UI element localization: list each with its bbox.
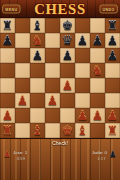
piece-black-queen: ♛ [62, 33, 73, 48]
square-c5[interactable] [30, 63, 45, 78]
square-f5[interactable] [75, 63, 90, 78]
piece-red-pawn: ♟ [47, 93, 58, 108]
square-d5[interactable] [45, 63, 60, 78]
piece-red-pawn: ♟ [92, 108, 103, 123]
square-b2[interactable] [15, 108, 30, 123]
square-h7[interactable]: ♟ [105, 33, 120, 48]
chess-app: MENU CHESS UNDO ♜♝♚♜♟♞♛♟♟♟♟♟♟♞♟♟♟♟♟♟♟♜♝♚… [0, 0, 120, 180]
app-viewport: MENU CHESS UNDO ♜♝♚♜♟♞♛♟♟♟♟♟♟♞♟♟♟♟♟♟♟♜♝♚… [0, 0, 120, 180]
bottom-bar: Check! ♟ Jose: 1 3:59 Judie: 0 1:17 ♟ [0, 138, 120, 180]
square-a1[interactable]: ♜ [0, 123, 15, 138]
square-e1[interactable]: ♚ [60, 123, 75, 138]
square-a2[interactable]: ♟ [0, 108, 15, 123]
piece-black-pawn: ♟ [32, 48, 43, 63]
square-d8[interactable] [45, 18, 60, 33]
piece-red-pawn: ♟ [77, 108, 88, 123]
square-d3[interactable]: ♟ [45, 93, 60, 108]
player-right: Judie: 0 1:17 ♟ [92, 150, 117, 161]
square-g3[interactable] [90, 93, 105, 108]
square-c8[interactable]: ♝ [30, 18, 45, 33]
piece-red-pawn: ♟ [62, 78, 73, 93]
square-g6[interactable] [90, 48, 105, 63]
undo-button[interactable]: UNDO [100, 5, 118, 14]
square-e4[interactable]: ♟ [60, 78, 75, 93]
piece-red-pawn: ♟ [17, 93, 28, 108]
square-f4[interactable] [75, 78, 90, 93]
square-d1[interactable] [45, 123, 60, 138]
square-b4[interactable] [15, 78, 30, 93]
piece-red-knight: ♞ [32, 33, 43, 48]
square-a7[interactable]: ♟ [0, 33, 15, 48]
piece-black-pawn: ♟ [107, 48, 118, 63]
top-bar: MENU CHESS UNDO [0, 0, 120, 18]
square-b6[interactable] [15, 48, 30, 63]
square-e5[interactable] [60, 63, 75, 78]
square-h6[interactable]: ♟ [105, 48, 120, 63]
square-h3[interactable] [105, 93, 120, 108]
square-c4[interactable] [30, 78, 45, 93]
piece-black-bishop: ♝ [32, 18, 43, 33]
square-g2[interactable]: ♟ [90, 108, 105, 123]
piece-red-pawn: ♟ [2, 108, 13, 123]
square-a4[interactable] [0, 78, 15, 93]
player-right-name-score: Judie: 0 [92, 150, 107, 155]
square-f6[interactable] [75, 48, 90, 63]
piece-black-pawn: ♟ [107, 33, 118, 48]
player-left: ♟ Jose: 1 3:59 [3, 150, 27, 161]
piece-black-pawn: ♟ [77, 33, 88, 48]
square-h1[interactable]: ♜ [105, 123, 120, 138]
square-g1[interactable] [90, 123, 105, 138]
square-e2[interactable] [60, 108, 75, 123]
square-d2[interactable] [45, 108, 60, 123]
square-e3[interactable] [60, 93, 75, 108]
piece-black-pawn: ♟ [62, 48, 73, 63]
square-g5[interactable]: ♞ [90, 63, 105, 78]
red-pawn-icon: ♟ [3, 150, 11, 159]
status-message: Check! [0, 141, 120, 147]
piece-red-bishop: ♝ [77, 123, 88, 138]
piece-red-rook: ♜ [2, 123, 13, 138]
square-d6[interactable] [45, 48, 60, 63]
square-g8[interactable] [90, 18, 105, 33]
piece-red-knight: ♞ [92, 63, 103, 78]
player-left-clock: 3:59 [13, 156, 27, 161]
square-g4[interactable] [90, 78, 105, 93]
square-f8[interactable] [75, 18, 90, 33]
square-h8[interactable]: ♜ [105, 18, 120, 33]
square-a5[interactable] [0, 63, 15, 78]
piece-red-bishop: ♝ [32, 123, 43, 138]
player-right-clock: 1:17 [97, 156, 107, 161]
square-e7[interactable]: ♛ [60, 33, 75, 48]
piece-black-pawn: ♟ [92, 33, 103, 48]
square-f2[interactable]: ♟ [75, 108, 90, 123]
square-c3[interactable] [30, 93, 45, 108]
player-left-name-score: Jose: 1 [13, 150, 27, 155]
square-g7[interactable]: ♟ [90, 33, 105, 48]
square-f3[interactable] [75, 93, 90, 108]
square-b8[interactable] [15, 18, 30, 33]
piece-red-rook: ♜ [107, 123, 118, 138]
square-f7[interactable]: ♟ [75, 33, 90, 48]
square-b1[interactable] [15, 123, 30, 138]
board: ♜♝♚♜♟♞♛♟♟♟♟♟♟♞♟♟♟♟♟♟♟♜♝♚♝♜ [0, 18, 120, 138]
square-a6[interactable] [0, 48, 15, 63]
square-c6[interactable]: ♟ [30, 48, 45, 63]
piece-red-pawn: ♟ [107, 108, 118, 123]
square-h2[interactable]: ♟ [105, 108, 120, 123]
black-pawn-icon: ♟ [109, 150, 117, 159]
piece-red-king: ♚ [62, 123, 73, 138]
square-e8[interactable]: ♚ [60, 18, 75, 33]
square-b3[interactable]: ♟ [15, 93, 30, 108]
square-a8[interactable]: ♜ [0, 18, 15, 33]
square-e6[interactable]: ♟ [60, 48, 75, 63]
square-c1[interactable]: ♝ [30, 123, 45, 138]
square-h5[interactable] [105, 63, 120, 78]
square-f1[interactable]: ♝ [75, 123, 90, 138]
square-h4[interactable] [105, 78, 120, 93]
square-b5[interactable] [15, 63, 30, 78]
piece-black-pawn: ♟ [2, 33, 13, 48]
piece-black-rook: ♜ [107, 18, 118, 33]
square-a3[interactable] [0, 93, 15, 108]
square-c7[interactable]: ♞ [30, 33, 45, 48]
square-d7[interactable] [45, 33, 60, 48]
piece-black-king: ♚ [62, 18, 73, 33]
square-b7[interactable] [15, 33, 30, 48]
square-d4[interactable] [45, 78, 60, 93]
piece-black-rook: ♜ [2, 18, 13, 33]
square-c2[interactable] [30, 108, 45, 123]
